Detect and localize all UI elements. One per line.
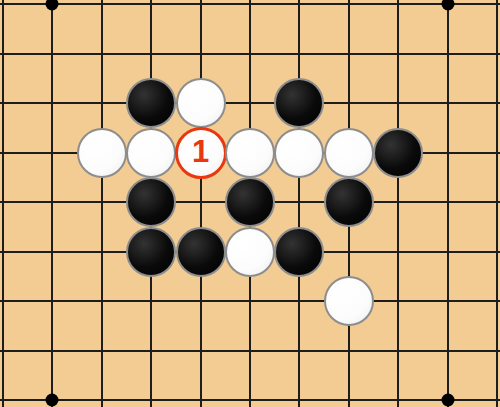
- stone-white[interactable]: [176, 78, 226, 128]
- stone-black[interactable]: [274, 227, 324, 277]
- go-board[interactable]: 1: [0, 0, 500, 407]
- stone-white[interactable]: [77, 128, 127, 178]
- stone-black[interactable]: [176, 227, 226, 277]
- stone-white[interactable]: [324, 276, 374, 326]
- move-number-label: 1: [192, 136, 209, 169]
- grid-line-vertical: [397, 0, 399, 407]
- star-point: [441, 394, 454, 407]
- stone-white[interactable]: [324, 128, 374, 178]
- grid-line-vertical: [298, 0, 300, 407]
- stone-black[interactable]: [324, 177, 374, 227]
- grid-line-vertical: [200, 0, 202, 407]
- grid-line-horizontal: [0, 102, 500, 104]
- stone-black[interactable]: [126, 177, 176, 227]
- stone-black[interactable]: [225, 177, 275, 227]
- star-point: [46, 394, 59, 407]
- grid-line-vertical: [51, 0, 53, 407]
- grid-line-vertical: [2, 0, 4, 407]
- stone-white[interactable]: [225, 128, 275, 178]
- stone-white-move-1[interactable]: 1: [175, 127, 227, 179]
- grid-line-horizontal: [0, 300, 500, 302]
- star-point: [46, 0, 59, 11]
- stone-white[interactable]: [274, 128, 324, 178]
- stone-black[interactable]: [373, 128, 423, 178]
- stone-white[interactable]: [225, 227, 275, 277]
- stone-white[interactable]: [126, 128, 176, 178]
- grid-line-horizontal: [0, 350, 500, 352]
- grid-line-horizontal: [0, 3, 500, 5]
- grid-line-vertical: [447, 0, 449, 407]
- grid-line-horizontal: [0, 53, 500, 55]
- grid-line-vertical: [496, 0, 498, 407]
- star-point: [441, 0, 454, 11]
- stone-black[interactable]: [126, 78, 176, 128]
- grid-line-vertical: [101, 0, 103, 407]
- stone-black[interactable]: [274, 78, 324, 128]
- stone-black[interactable]: [126, 227, 176, 277]
- grid-line-horizontal: [0, 399, 500, 401]
